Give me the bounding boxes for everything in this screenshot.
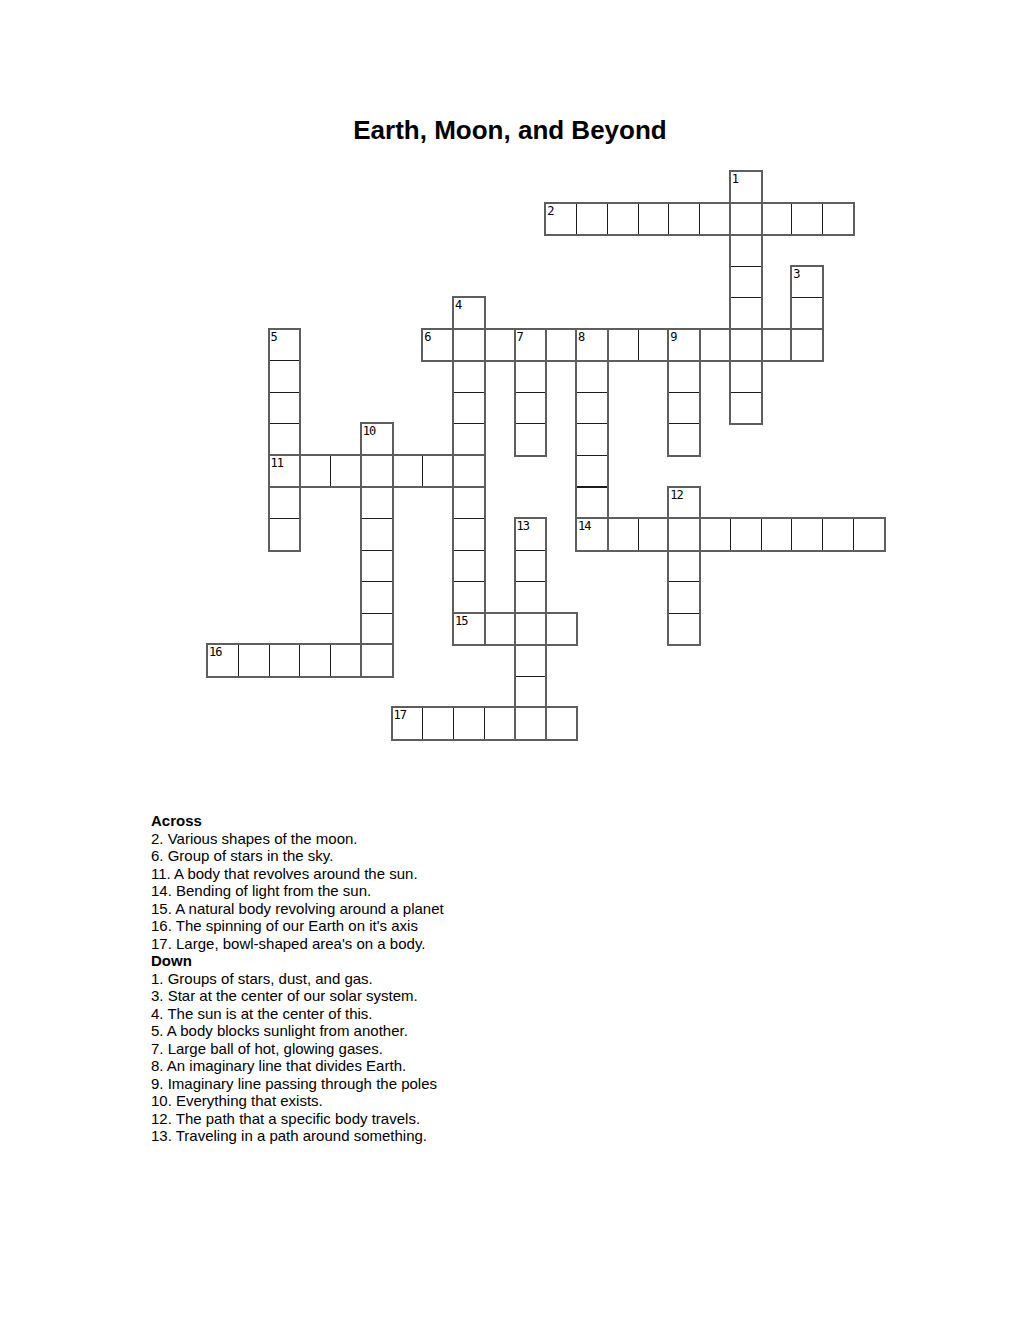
grid-cell[interactable] xyxy=(730,360,762,393)
grid-cell[interactable] xyxy=(576,423,608,456)
clue-across-2: 2. Various shapes of the moon. xyxy=(151,830,671,848)
grid-cell[interactable] xyxy=(330,455,362,488)
grid-cell[interactable] xyxy=(730,329,762,362)
grid-cell[interactable] xyxy=(238,644,270,677)
grid-cell[interactable] xyxy=(515,423,547,456)
cell-number: 16 xyxy=(209,646,221,658)
grid-cell[interactable] xyxy=(361,455,393,488)
grid-cell[interactable] xyxy=(484,613,516,646)
grid-cell[interactable] xyxy=(668,360,700,393)
clue-across-6: 6. Group of stars in the sky. xyxy=(151,847,671,865)
clue-across-15: 15. A natural body revolving around a pl… xyxy=(151,900,671,918)
grid-cell[interactable] xyxy=(699,203,731,236)
grid-cell[interactable] xyxy=(269,423,301,456)
grid-cell[interactable] xyxy=(269,644,301,677)
cell-number: 1 xyxy=(732,173,738,185)
grid-cell[interactable] xyxy=(607,329,639,362)
grid-cell[interactable] xyxy=(576,392,608,425)
grid-cell[interactable] xyxy=(453,392,485,425)
grid-cell[interactable] xyxy=(576,360,608,393)
grid-cell[interactable] xyxy=(576,487,608,520)
clue-down-13: 13. Traveling in a path around something… xyxy=(151,1127,671,1145)
grid-cell[interactable] xyxy=(545,707,577,740)
across-header: Across xyxy=(151,812,671,830)
puzzle-title: Earth, Moon, and Beyond xyxy=(0,115,1020,146)
cell-number: 11 xyxy=(271,457,283,469)
clue-down-7: 7. Large ball of hot, glowing gases. xyxy=(151,1040,671,1058)
cell-number: 5 xyxy=(271,331,277,343)
clue-across-14: 14. Bending of light from the sun. xyxy=(151,882,671,900)
grid-cell[interactable] xyxy=(515,581,547,614)
cell-number: 14 xyxy=(578,520,590,532)
cell-number: 4 xyxy=(455,299,461,311)
grid-cell[interactable] xyxy=(638,329,670,362)
grid-cell[interactable] xyxy=(453,455,485,488)
grid-cell[interactable] xyxy=(453,518,485,551)
grid-cell[interactable] xyxy=(453,550,485,583)
clue-down-5: 5. A body blocks sunlight from another. xyxy=(151,1022,671,1040)
clue-across-16: 16. The spinning of our Earth on it's ax… xyxy=(151,917,671,935)
down-header: Down xyxy=(151,952,671,970)
grid-cell[interactable] xyxy=(699,518,731,551)
grid-cell[interactable] xyxy=(361,581,393,614)
grid-cell[interactable] xyxy=(361,518,393,551)
grid-cell[interactable] xyxy=(607,203,639,236)
grid-cell[interactable] xyxy=(453,329,485,362)
grid-cell[interactable] xyxy=(484,329,516,362)
grid-cell[interactable] xyxy=(361,613,393,646)
grid-cell[interactable] xyxy=(668,392,700,425)
grid-cell[interactable] xyxy=(392,455,424,488)
grid-cell[interactable] xyxy=(299,455,331,488)
grid-cell[interactable] xyxy=(761,329,793,362)
cell-number: 2 xyxy=(547,205,553,217)
grid-cell[interactable] xyxy=(453,581,485,614)
clue-down-9: 9. Imaginary line passing through the po… xyxy=(151,1075,671,1093)
cell-number: 10 xyxy=(363,425,375,437)
grid-cell[interactable] xyxy=(668,518,700,551)
grid-cell[interactable] xyxy=(668,550,700,583)
crossword-grid: 2611141516171345789101213 xyxy=(207,171,885,740)
grid-cell[interactable] xyxy=(761,518,793,551)
grid-cell[interactable] xyxy=(269,487,301,520)
grid-cell[interactable] xyxy=(791,203,823,236)
clue-across-17: 17. Large, bowl-shaped area's on a body. xyxy=(151,935,671,953)
grid-cell[interactable] xyxy=(453,487,485,520)
cell-number: 8 xyxy=(578,331,584,343)
grid-cell[interactable] xyxy=(791,518,823,551)
clue-down-12: 12. The path that a specific body travel… xyxy=(151,1110,671,1128)
grid-cell[interactable] xyxy=(269,518,301,551)
grid-cell[interactable] xyxy=(730,392,762,425)
grid-cell[interactable] xyxy=(730,203,762,236)
clue-down-3: 3. Star at the center of our solar syste… xyxy=(151,987,671,1005)
clues-panel: Across 2. Various shapes of the moon.6. … xyxy=(151,812,671,1145)
cell-number: 3 xyxy=(793,268,799,280)
grid-cell[interactable] xyxy=(668,423,700,456)
grid-cell[interactable] xyxy=(791,329,823,362)
grid-cell[interactable] xyxy=(361,550,393,583)
grid-cell[interactable] xyxy=(422,455,454,488)
across-clue-list: 2. Various shapes of the moon.6. Group o… xyxy=(151,830,671,953)
grid-cell[interactable] xyxy=(668,613,700,646)
grid-cell[interactable] xyxy=(422,707,454,740)
grid-cell[interactable] xyxy=(453,707,485,740)
grid-cell[interactable] xyxy=(361,644,393,677)
grid-cell[interactable] xyxy=(791,297,823,330)
grid-cell[interactable] xyxy=(607,518,639,551)
grid-cell[interactable] xyxy=(730,266,762,299)
grid-cell[interactable] xyxy=(330,644,362,677)
grid-cell[interactable] xyxy=(453,360,485,393)
grid-cell[interactable] xyxy=(515,392,547,425)
cell-number: 6 xyxy=(424,331,430,343)
grid-cell[interactable] xyxy=(269,360,301,393)
grid-cell[interactable] xyxy=(761,203,793,236)
grid-cell[interactable] xyxy=(515,644,547,677)
grid-cell[interactable] xyxy=(545,613,577,646)
grid-cell[interactable] xyxy=(730,297,762,330)
grid-cell[interactable] xyxy=(361,487,393,520)
grid-cell[interactable] xyxy=(576,455,608,488)
grid-cell[interactable] xyxy=(668,581,700,614)
clue-across-11: 11. A body that revolves around the sun. xyxy=(151,865,671,883)
grid-cell[interactable] xyxy=(515,550,547,583)
grid-cell[interactable] xyxy=(638,518,670,551)
clue-down-4: 4. The sun is at the center of this. xyxy=(151,1005,671,1023)
grid-cell[interactable] xyxy=(822,203,854,236)
grid-cell[interactable] xyxy=(638,203,670,236)
clue-down-10: 10. Everything that exists. xyxy=(151,1092,671,1110)
grid-cell[interactable] xyxy=(515,360,547,393)
grid-cell[interactable] xyxy=(730,234,762,267)
cell-number: 17 xyxy=(394,709,406,721)
grid-cell[interactable] xyxy=(484,707,516,740)
cell-number: 7 xyxy=(517,331,523,343)
cell-number: 15 xyxy=(455,615,467,627)
clue-down-8: 8. An imaginary line that divides Earth. xyxy=(151,1057,671,1075)
down-clue-list: 1. Groups of stars, dust, and gas.3. Sta… xyxy=(151,970,671,1145)
grid-cell[interactable] xyxy=(699,329,731,362)
grid-cell[interactable] xyxy=(822,518,854,551)
grid-cell[interactable] xyxy=(730,518,762,551)
grid-cell[interactable] xyxy=(515,676,547,709)
grid-cell[interactable] xyxy=(515,707,547,740)
grid-cell[interactable] xyxy=(576,203,608,236)
grid-cell[interactable] xyxy=(515,613,547,646)
cell-number: 12 xyxy=(670,489,682,501)
grid-cell[interactable] xyxy=(668,203,700,236)
grid-cell[interactable] xyxy=(453,423,485,456)
clue-down-1: 1. Groups of stars, dust, and gas. xyxy=(151,970,671,988)
grid-cell[interactable] xyxy=(545,329,577,362)
grid-cell[interactable] xyxy=(269,392,301,425)
cell-number: 9 xyxy=(670,331,676,343)
grid-cell[interactable] xyxy=(299,644,331,677)
cell-number: 13 xyxy=(517,520,529,532)
grid-cell[interactable] xyxy=(853,518,885,551)
